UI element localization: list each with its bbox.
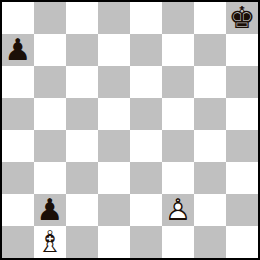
square-a1[interactable] [2,226,34,258]
square-b5[interactable] [34,98,66,130]
square-a6[interactable] [2,66,34,98]
square-g5[interactable] [194,98,226,130]
square-g7[interactable] [194,34,226,66]
white-pawn-glyph: ♙ [162,194,194,226]
piece-black-pawn[interactable]: ♟ [2,34,34,66]
square-h2[interactable] [226,194,258,226]
square-f4[interactable] [162,130,194,162]
square-f2[interactable]: ♟♙ [162,194,194,226]
piece-black-pawn[interactable]: ♟ [34,194,66,226]
square-g1[interactable] [194,226,226,258]
square-e8[interactable] [130,2,162,34]
square-g8[interactable] [194,2,226,34]
square-h1[interactable] [226,226,258,258]
square-d2[interactable] [98,194,130,226]
square-b1[interactable]: ♝♗ [34,226,66,258]
square-b2[interactable]: ♟ [34,194,66,226]
square-e1[interactable] [130,226,162,258]
square-c3[interactable] [66,162,98,194]
square-e7[interactable] [130,34,162,66]
square-c5[interactable] [66,98,98,130]
square-h4[interactable] [226,130,258,162]
square-b7[interactable] [34,34,66,66]
square-d8[interactable] [98,2,130,34]
square-d5[interactable] [98,98,130,130]
white-bishop-glyph: ♗ [34,226,66,258]
square-h6[interactable] [226,66,258,98]
square-c6[interactable] [66,66,98,98]
chess-board: ♚♟♟♟♙♝♗ [2,2,258,258]
square-d4[interactable] [98,130,130,162]
square-g6[interactable] [194,66,226,98]
square-d3[interactable] [98,162,130,194]
piece-white-bishop[interactable]: ♝♗ [34,226,66,258]
black-king-glyph: ♚ [226,2,258,34]
square-e5[interactable] [130,98,162,130]
square-c2[interactable] [66,194,98,226]
square-e4[interactable] [130,130,162,162]
black-pawn-glyph: ♟ [34,194,66,226]
piece-white-pawn[interactable]: ♟♙ [162,194,194,226]
square-f1[interactable] [162,226,194,258]
square-a4[interactable] [2,130,34,162]
square-a8[interactable] [2,2,34,34]
square-f5[interactable] [162,98,194,130]
black-pawn-glyph: ♟ [2,34,34,66]
piece-black-king[interactable]: ♚ [226,2,258,34]
square-g4[interactable] [194,130,226,162]
square-c1[interactable] [66,226,98,258]
square-b6[interactable] [34,66,66,98]
square-h8[interactable]: ♚ [226,2,258,34]
square-a5[interactable] [2,98,34,130]
square-a3[interactable] [2,162,34,194]
square-b4[interactable] [34,130,66,162]
square-c4[interactable] [66,130,98,162]
square-d1[interactable] [98,226,130,258]
square-f3[interactable] [162,162,194,194]
square-b8[interactable] [34,2,66,34]
chess-board-frame: ♚♟♟♟♙♝♗ [0,0,260,260]
square-f6[interactable] [162,66,194,98]
square-a7[interactable]: ♟ [2,34,34,66]
square-d7[interactable] [98,34,130,66]
square-a2[interactable] [2,194,34,226]
square-e2[interactable] [130,194,162,226]
square-c8[interactable] [66,2,98,34]
square-d6[interactable] [98,66,130,98]
square-f7[interactable] [162,34,194,66]
square-b3[interactable] [34,162,66,194]
square-e3[interactable] [130,162,162,194]
square-h7[interactable] [226,34,258,66]
square-e6[interactable] [130,66,162,98]
square-c7[interactable] [66,34,98,66]
square-g3[interactable] [194,162,226,194]
square-g2[interactable] [194,194,226,226]
square-h5[interactable] [226,98,258,130]
square-h3[interactable] [226,162,258,194]
square-f8[interactable] [162,2,194,34]
